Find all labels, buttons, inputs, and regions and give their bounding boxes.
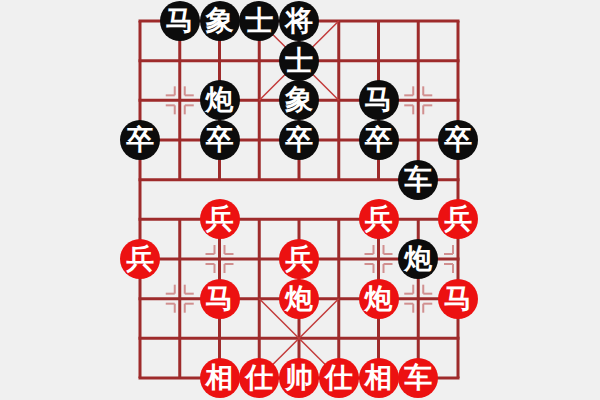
piece-black-general[interactable]: 将	[279, 1, 319, 41]
piece-red-cannon[interactable]: 炮	[359, 279, 399, 319]
piece-red-advisor[interactable]: 仕	[239, 358, 279, 398]
piece-black-soldier[interactable]: 卒	[359, 120, 399, 160]
piece-red-chariot[interactable]: 车	[398, 358, 438, 398]
piece-red-horse[interactable]: 马	[438, 279, 478, 319]
piece-red-soldier[interactable]: 兵	[359, 199, 399, 239]
piece-black-cannon[interactable]: 炮	[398, 239, 438, 279]
piece-black-elephant[interactable]: 象	[200, 1, 240, 41]
piece-red-soldier[interactable]: 兵	[120, 239, 160, 279]
piece-black-advisor[interactable]: 士	[239, 1, 279, 41]
piece-black-horse[interactable]: 马	[160, 1, 200, 41]
piece-red-soldier[interactable]: 兵	[200, 199, 240, 239]
piece-red-cannon[interactable]: 炮	[279, 279, 319, 319]
xiangqi-board[interactable]: 马象士将士炮象马卒卒卒卒卒车兵兵兵兵兵炮马炮炮马相仕帅仕相车	[0, 0, 600, 400]
piece-black-chariot[interactable]: 车	[398, 160, 438, 200]
screenshot-root: 马象士将士炮象马卒卒卒卒卒车兵兵兵兵兵炮马炮炮马相仕帅仕相车	[0, 0, 600, 400]
pieces-layer: 马象士将士炮象马卒卒卒卒卒车兵兵兵兵兵炮马炮炮马相仕帅仕相车	[0, 0, 600, 400]
piece-red-horse[interactable]: 马	[200, 279, 240, 319]
piece-red-soldier[interactable]: 兵	[438, 199, 478, 239]
piece-black-horse[interactable]: 马	[359, 80, 399, 120]
piece-red-elephant[interactable]: 相	[359, 358, 399, 398]
piece-black-soldier[interactable]: 卒	[120, 120, 160, 160]
piece-red-advisor[interactable]: 仕	[319, 358, 359, 398]
piece-red-general[interactable]: 帅	[279, 358, 319, 398]
piece-black-soldier[interactable]: 卒	[279, 120, 319, 160]
piece-black-soldier[interactable]: 卒	[200, 120, 240, 160]
piece-black-cannon[interactable]: 炮	[200, 80, 240, 120]
piece-red-elephant[interactable]: 相	[200, 358, 240, 398]
piece-black-soldier[interactable]: 卒	[438, 120, 478, 160]
piece-red-soldier[interactable]: 兵	[279, 239, 319, 279]
piece-black-elephant[interactable]: 象	[279, 80, 319, 120]
piece-black-advisor[interactable]: 士	[279, 41, 319, 81]
